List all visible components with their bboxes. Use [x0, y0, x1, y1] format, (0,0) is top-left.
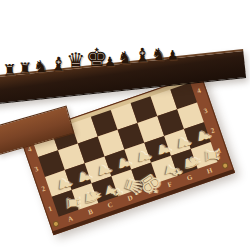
black-queen-display-5[interactable]: ♛	[66, 51, 85, 72]
black-knight-display-8[interactable]: ♞	[117, 49, 133, 67]
black-pawn-display-7[interactable]: ♟	[104, 55, 116, 68]
white-pawn-f2[interactable]: ♟	[155, 142, 172, 158]
black-pawn-display-11[interactable]: ♟	[167, 48, 179, 61]
white-pawn-c2[interactable]: ♟	[95, 162, 112, 178]
white-pawn-g2[interactable]: ♟	[175, 135, 192, 151]
white-pawn-b2[interactable]: ♟	[76, 169, 93, 185]
white-rook-h1[interactable]: ♜	[201, 146, 220, 163]
white-pawn-h2[interactable]: ♟	[195, 128, 212, 144]
black-rook-display-1[interactable]: ♜	[2, 62, 17, 78]
product-photo-canvas: Folding magnetic wooden chess set (wenge…	[0, 0, 250, 250]
black-knight-display-3[interactable]: ♞	[33, 58, 49, 76]
white-pawn-a2[interactable]: ♟	[56, 176, 73, 192]
black-bishop-display-9[interactable]: ♝	[134, 46, 151, 65]
white-pawn-d2[interactable]: ♟	[115, 156, 132, 172]
black-knight-display-10[interactable]: ♞	[151, 46, 167, 63]
black-bishop-display-4[interactable]: ♝	[50, 54, 68, 74]
white-knight-g1[interactable]: ♞	[181, 153, 202, 172]
white-pawn-e2[interactable]: ♟	[135, 149, 152, 165]
white-rook-a1[interactable]: ♜	[62, 194, 81, 211]
black-rook-display-2[interactable]: ♜	[18, 61, 33, 77]
